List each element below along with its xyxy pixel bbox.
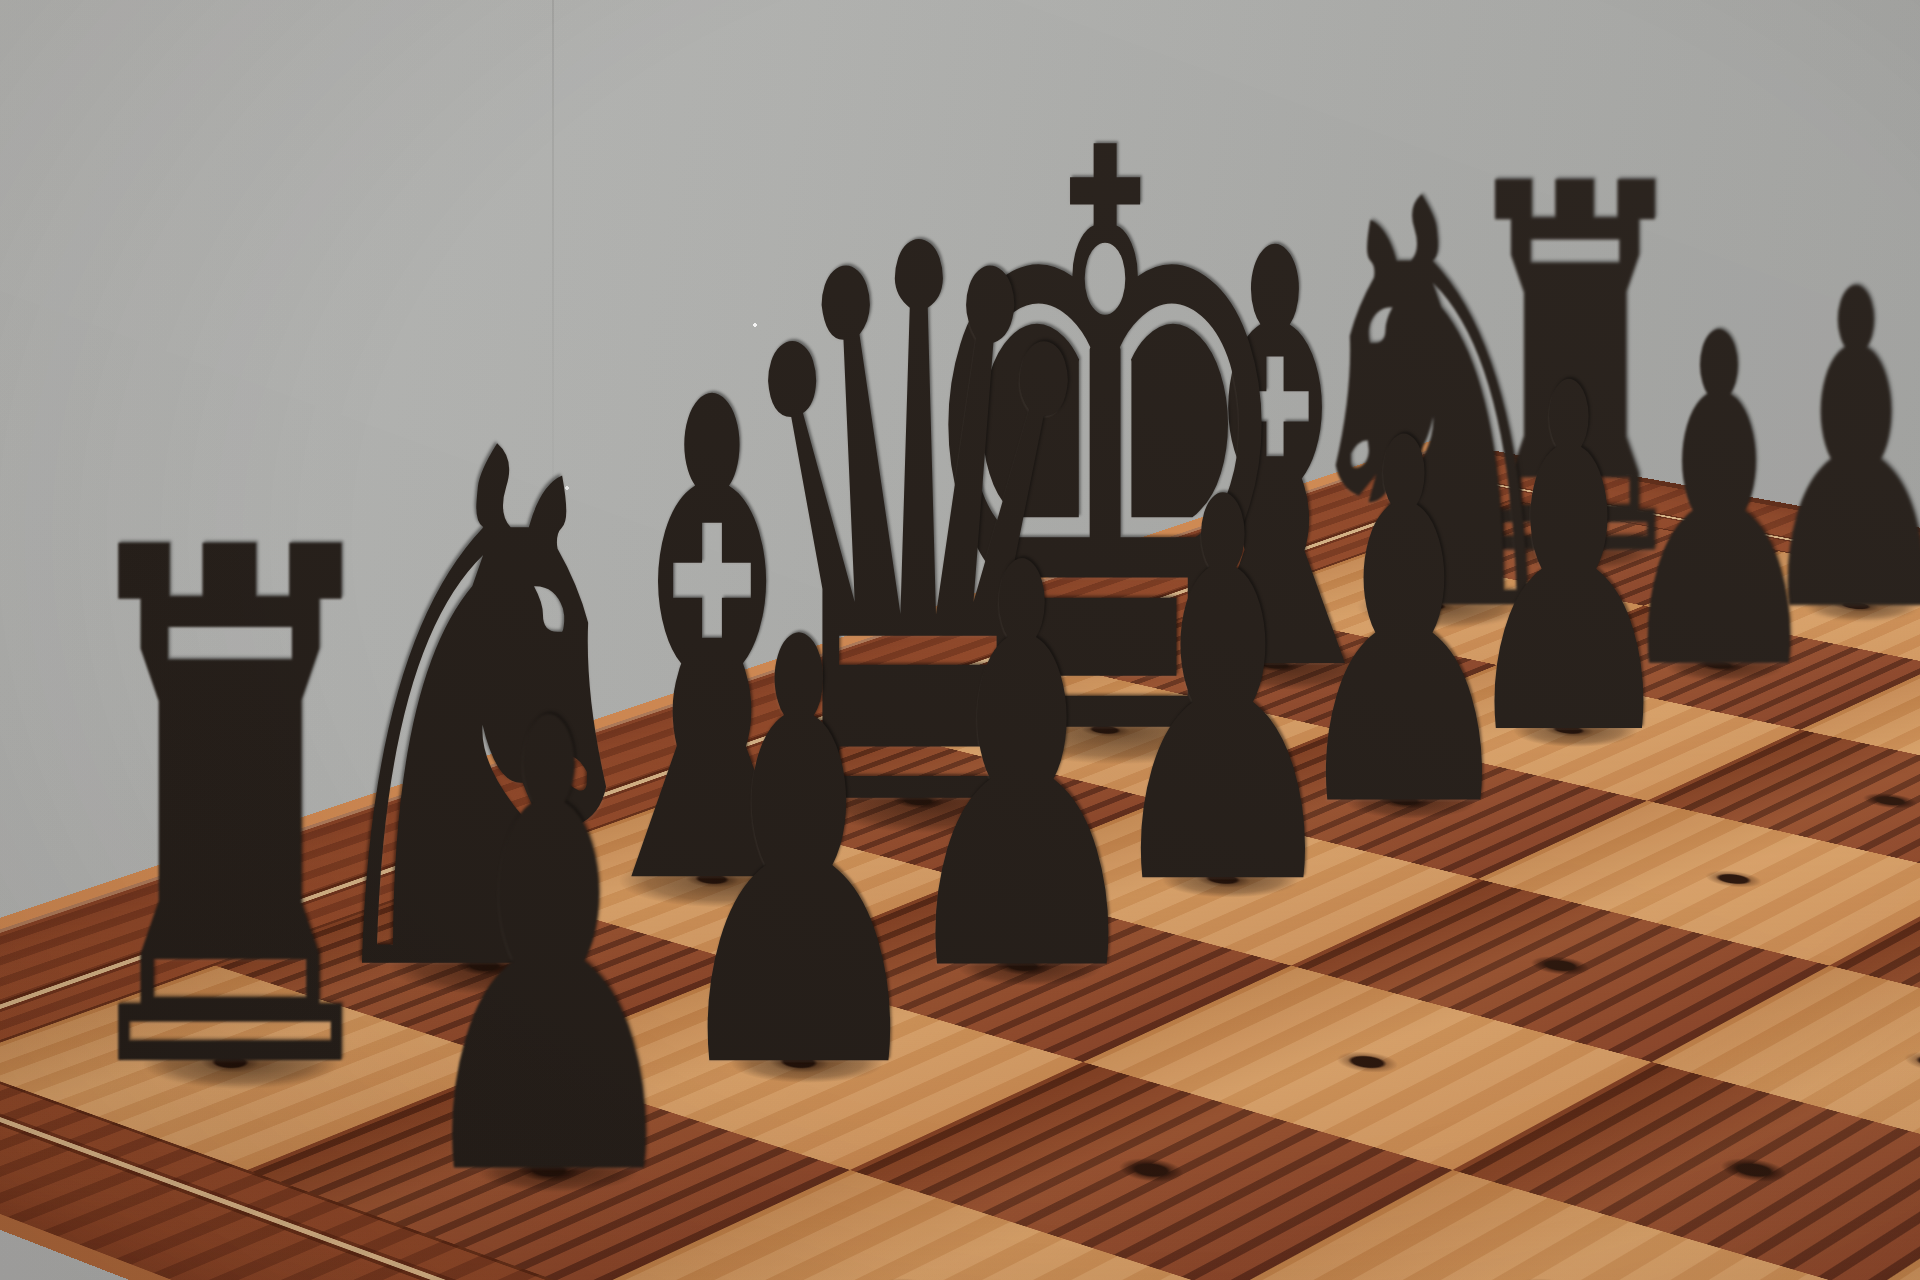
black-rook-icon: ♜: [53, 460, 408, 1168]
black-pawn-icon: ♟: [662, 564, 935, 1150]
photo-stage: ♜♞♝♛♚♝♞♜♟♟♟♟♟♟♟♟ Antique ebonised black …: [0, 0, 1920, 1280]
black-pawn-icon: ♟: [404, 642, 693, 1263]
